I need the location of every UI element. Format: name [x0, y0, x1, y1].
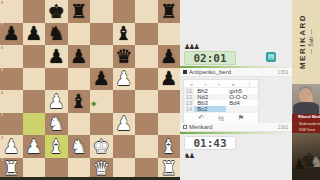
move-nav-icon-1[interactable]: ‹ — [205, 81, 207, 87]
clock-bottom: 01:43 — [184, 136, 236, 150]
coach-fide-title: FIDE Trener — [299, 129, 313, 132]
coord-rank-label: 2 — [1, 136, 3, 140]
black-piece-b-f7: ♝ — [113, 23, 136, 46]
black-piece-p-h6: ♟ — [158, 45, 181, 68]
square-b6[interactable] — [23, 45, 46, 68]
square-c8[interactable]: ♚ — [45, 0, 68, 23]
player-name-bottom: Merikard — [189, 124, 212, 130]
white-piece-b-h2: ♝ — [158, 135, 181, 158]
white-piece-n-d2: ♞ — [68, 135, 91, 158]
move-14-white[interactable]: Bc2 — [194, 106, 226, 112]
white-piece-k-e2: ♚ — [90, 135, 113, 158]
white-piece-b-c2: ♝ — [45, 135, 68, 158]
player-rating-top: 2301 — [278, 70, 289, 75]
board-bottom-strip — [0, 177, 180, 180]
black-piece-p-e5: ♟ — [90, 68, 113, 91]
black-piece-r-d8: ♜ — [68, 0, 91, 23]
square-c2[interactable]: ♝ — [45, 135, 68, 158]
black-piece-p-c6: ♟ — [45, 45, 68, 68]
square-b8[interactable] — [23, 0, 46, 23]
coach-name: Rikard Medančić — [298, 115, 314, 119]
coord-rank-label: 6 — [1, 46, 3, 50]
square-g4[interactable] — [135, 90, 158, 113]
captured-pieces-bottom: ♞♟ — [184, 153, 194, 160]
move-nav-icon-3[interactable]: » — [231, 81, 234, 87]
coach-photo — [292, 84, 320, 114]
resign-button[interactable]: ⚑ — [238, 114, 244, 122]
app-screenshot: 8♚♜♜♟7♟♞♝6♟♟♛♟5♟♟♟4♟♝3♞♟♟2♟♝♞♚♝♜1abcd♛ef… — [0, 0, 320, 180]
square-g2[interactable] — [135, 135, 158, 158]
black-piece-n-c7: ♞ — [45, 23, 68, 46]
banner-subtitle: — Šah — — [308, 29, 314, 54]
square-d5[interactable] — [68, 68, 91, 91]
black-piece-b-d4: ♝ — [68, 90, 91, 113]
white-piece-p-f5: ♟ — [113, 68, 136, 91]
takeback-button[interactable]: ↶ — [198, 114, 204, 122]
square-a5[interactable]: 5 — [0, 68, 23, 91]
square-c5[interactable] — [45, 68, 68, 91]
white-piece-p-a2: ♟ — [0, 135, 23, 158]
square-h7[interactable] — [158, 23, 181, 46]
square-g7[interactable] — [135, 23, 158, 46]
chess-pieces-photo: ♟ ♚ ♞ — [292, 133, 320, 180]
move-list-card: «‹›»⋮ 11Bh2gxh512Nd2O-O-O13Bb3Bd414Bc2 ↶… — [183, 79, 259, 124]
coord-rank-label: 3 — [1, 113, 3, 117]
square-b2[interactable]: ♟ — [23, 135, 46, 158]
move-row: 14Bc2 — [184, 106, 258, 112]
square-h5[interactable]: ♟ — [158, 68, 181, 91]
captured-pieces-top: ♟♟♟ — [184, 44, 198, 51]
square-c6[interactable]: ♟ — [45, 45, 68, 68]
coord-rank-label: 5 — [1, 68, 3, 72]
square-h2[interactable]: ♝ — [158, 135, 181, 158]
square-h6[interactable]: ♟ — [158, 45, 181, 68]
coord-rank-label: 8 — [1, 1, 3, 5]
chess-board: 8♚♜♜♟7♟♞♝6♟♟♛♟5♟♟♟4♟♝3♞♟♟2♟♝♞♚♝♜1abcd♛ef… — [0, 0, 180, 180]
move-nav-icon-4[interactable]: ⋮ — [246, 81, 252, 87]
square-f4[interactable] — [113, 90, 136, 113]
square-f3[interactable]: ♟ — [113, 113, 136, 136]
game-panel: ♟♟♟ 02:01 ▤ Antipenko_berd 2301 «‹›»⋮ 11… — [180, 0, 292, 180]
coord-rank-label: 1 — [1, 158, 3, 162]
black-piece-k-c8: ♚ — [45, 0, 68, 23]
square-f8[interactable] — [113, 0, 136, 23]
knight-silhouette-icon: ♞ — [310, 155, 320, 170]
move-hint-marker: ✚ — [91, 101, 96, 107]
square-h4[interactable] — [158, 90, 181, 113]
square-d6[interactable]: ♟ — [68, 45, 91, 68]
move-nav-icon-2[interactable]: › — [218, 81, 220, 87]
move-number: 14 — [184, 106, 194, 112]
move-list: 11Bh2gxh512Nd2O-O-O13Bb3Bd414Bc2 — [184, 88, 258, 112]
square-a2[interactable]: ♟2 — [0, 135, 23, 158]
offer-draw-button[interactable]: ½ — [218, 115, 224, 122]
square-f2[interactable] — [113, 135, 136, 158]
square-a4[interactable]: 4 — [0, 90, 23, 113]
square-d8[interactable]: ♜ — [68, 0, 91, 23]
move-14-black[interactable] — [226, 106, 258, 112]
square-c4[interactable]: ♟ — [45, 90, 68, 113]
player-name-top: Antipenko_berd — [189, 69, 231, 75]
coord-rank-label: 7 — [1, 23, 3, 27]
square-e5[interactable]: ♟ — [90, 68, 113, 91]
sponsor-banner: MERIKARD — Šah — Rikard Medančić Međunar… — [292, 0, 320, 180]
square-d3[interactable] — [68, 113, 91, 136]
square-e6[interactable] — [90, 45, 113, 68]
progress-bar-bottom — [180, 132, 292, 134]
black-piece-p-h5: ♟ — [158, 68, 181, 91]
square-b3[interactable] — [23, 113, 46, 136]
square-g8[interactable] — [135, 0, 158, 23]
black-piece-p-b7: ♟ — [23, 23, 46, 46]
black-piece-r-h8: ♜ — [158, 0, 181, 23]
square-f5[interactable]: ♟ — [113, 68, 136, 91]
square-b5[interactable] — [23, 68, 46, 91]
square-c7[interactable]: ♞ — [45, 23, 68, 46]
square-g3[interactable] — [135, 113, 158, 136]
square-g5[interactable] — [135, 68, 158, 91]
move-nav-icon-0[interactable]: « — [190, 81, 193, 87]
square-d4[interactable]: ♝ — [68, 90, 91, 113]
white-color-icon — [183, 125, 187, 129]
coach-caption: Rikard Medančić Međunarodni majstor FIDE… — [292, 114, 320, 133]
player-row-top[interactable]: Antipenko_berd 2301 — [180, 68, 292, 77]
game-actions-bar: ↶½⚑ — [184, 112, 258, 123]
black-piece-q-f6: ♛ — [113, 45, 136, 68]
square-a3[interactable]: 3 — [0, 113, 23, 136]
black-color-icon — [183, 70, 187, 74]
square-c3[interactable]: ♞ — [45, 113, 68, 136]
coach-title: Međunarodni majstor — [299, 122, 313, 125]
square-e7[interactable] — [90, 23, 113, 46]
square-f7[interactable]: ♝ — [113, 23, 136, 46]
coord-rank-label: 4 — [1, 91, 3, 95]
square-a6[interactable]: 6 — [0, 45, 23, 68]
white-piece-p-b2: ♟ — [23, 135, 46, 158]
square-b4[interactable] — [23, 90, 46, 113]
black-piece-p-d6: ♟ — [68, 45, 91, 68]
square-e2[interactable]: ♚ — [90, 135, 113, 158]
square-e3[interactable] — [90, 113, 113, 136]
square-d7[interactable] — [68, 23, 91, 46]
square-a8[interactable]: 8 — [0, 0, 23, 23]
square-h3[interactable] — [158, 113, 181, 136]
photo-suit — [293, 102, 319, 114]
square-a7[interactable]: ♟7 — [0, 23, 23, 46]
white-piece-p-f3: ♟ — [113, 113, 136, 136]
black-piece-p-a7: ♟ — [0, 23, 23, 46]
square-f6[interactable]: ♛ — [113, 45, 136, 68]
white-piece-p-c4: ♟ — [45, 90, 68, 113]
square-b7[interactable]: ♟ — [23, 23, 46, 46]
white-piece-n-c3: ♞ — [45, 113, 68, 136]
move-nav-bar: «‹›»⋮ — [184, 80, 258, 88]
banner-title: MERIKARD — [298, 14, 307, 69]
square-d2[interactable]: ♞ — [68, 135, 91, 158]
banner-text: MERIKARD — Šah — — [292, 0, 320, 84]
player-row-bottom[interactable]: Merikard 2161 — [180, 123, 292, 132]
player-rating-bottom: 2161 — [278, 125, 289, 130]
square-g6[interactable] — [135, 45, 158, 68]
analysis-icon[interactable]: ▤ — [266, 52, 276, 62]
clock-top: 02:01 — [184, 51, 236, 65]
square-h8[interactable]: ♜ — [158, 0, 181, 23]
square-e8[interactable] — [90, 0, 113, 23]
